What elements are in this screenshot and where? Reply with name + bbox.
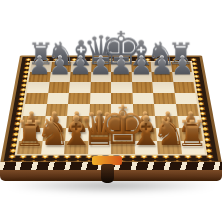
square-h5[interactable]: [174, 92, 197, 103]
square-a5[interactable]: [25, 92, 48, 103]
square-b6[interactable]: [48, 82, 70, 93]
white-rook-h1[interactable]: ♜: [176, 116, 208, 152]
square-h6[interactable]: [173, 82, 195, 93]
square-g5[interactable]: [153, 92, 175, 103]
square-b5[interactable]: [47, 92, 69, 103]
square-f6[interactable]: [132, 82, 153, 93]
black-pawn-h7[interactable]: ♟: [171, 54, 194, 80]
square-g6[interactable]: [152, 82, 174, 93]
square-a6[interactable]: [27, 82, 49, 93]
chess-set-photo: ♜♞♝♛♚♝♞♜♟♟♟♟♟♟♟♟♟♟♟♟♟♟♟♟♜♞♝♛♚♝♞♜: [0, 0, 222, 222]
board-shadow: [4, 178, 218, 193]
square-d6[interactable]: [90, 82, 111, 93]
square-c6[interactable]: [69, 82, 90, 93]
square-e6[interactable]: [111, 82, 132, 93]
